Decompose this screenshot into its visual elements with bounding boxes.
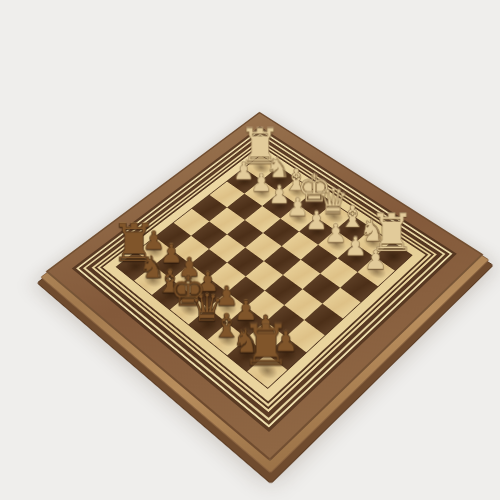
pawn-glyph: ♟ (364, 248, 388, 273)
camera-tilt: ♜♞♝♚♛♝♞♜♟♟♟♟♟♟♟♟♟♟♟♟♟♟♟♟♜♞♝♚♛♝♞♜ (0, 0, 500, 500)
product-photo-background: ♜♞♝♚♛♝♞♜♟♟♟♟♟♟♟♟♟♟♟♟♟♟♟♟♜♞♝♚♛♝♞♜ (0, 0, 500, 500)
perspective-container: ♜♞♝♚♛♝♞♜♟♟♟♟♟♟♟♟♟♟♟♟♟♟♟♟♜♞♝♚♛♝♞♜ (0, 0, 500, 500)
rook-glyph: ♜ (241, 319, 292, 373)
chess-board: ♜♞♝♚♛♝♞♜♟♟♟♟♟♟♟♟♟♟♟♟♟♟♟♟♜♞♝♚♛♝♞♜ (72, 126, 457, 432)
